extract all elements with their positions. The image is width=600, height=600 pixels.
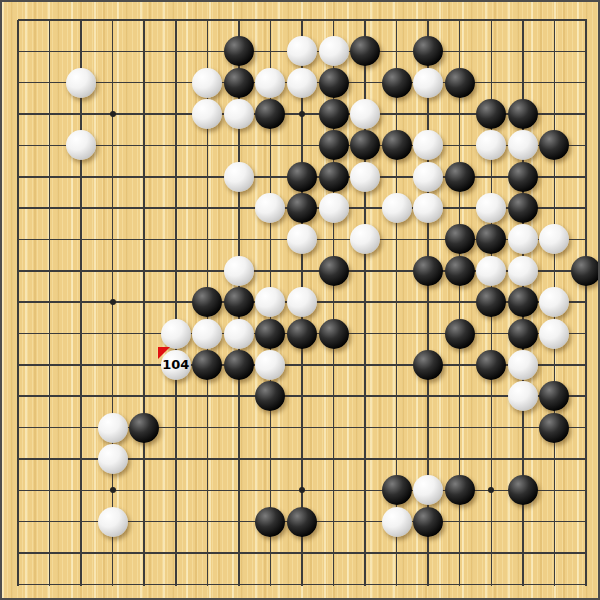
grid-hline <box>18 19 587 21</box>
stone-white <box>192 319 222 349</box>
stone-white <box>413 68 443 98</box>
stone-white <box>98 413 128 443</box>
grid-vline <box>80 20 82 586</box>
stone-white <box>255 350 285 380</box>
stone-black <box>255 319 285 349</box>
stone-white <box>476 130 506 160</box>
stone-white <box>287 36 317 66</box>
grid-hline <box>18 552 587 554</box>
stone-black <box>129 413 159 443</box>
stone-black <box>508 162 538 192</box>
stone-white <box>413 162 443 192</box>
stone-black <box>382 68 412 98</box>
grid-vline <box>49 20 51 586</box>
stone-white <box>319 193 349 223</box>
stone-white <box>224 162 254 192</box>
stone-black <box>319 256 349 286</box>
stone-black <box>445 256 475 286</box>
stone-black <box>224 36 254 66</box>
stone-black <box>192 287 222 317</box>
star-point <box>299 487 305 493</box>
stone-white <box>287 224 317 254</box>
stone-black <box>476 99 506 129</box>
stone-black <box>508 99 538 129</box>
stone-white <box>224 256 254 286</box>
stone-white <box>98 444 128 474</box>
stone-black <box>224 68 254 98</box>
stone-black <box>445 475 475 505</box>
stone-white <box>382 193 412 223</box>
stone-black <box>508 475 538 505</box>
stone-white <box>224 319 254 349</box>
stone-black <box>539 130 569 160</box>
stone-black <box>413 256 443 286</box>
star-point <box>110 299 116 305</box>
stone-white <box>476 256 506 286</box>
stone-black <box>382 475 412 505</box>
stone-black <box>508 287 538 317</box>
stone-white <box>287 68 317 98</box>
stone-white <box>508 256 538 286</box>
stone-black <box>571 256 600 286</box>
star-point <box>110 487 116 493</box>
stone-white <box>255 68 285 98</box>
stone-white <box>192 68 222 98</box>
stone-black <box>255 99 285 129</box>
stone-black <box>445 162 475 192</box>
stone-black <box>539 413 569 443</box>
stone-white <box>539 319 569 349</box>
stone-black <box>224 287 254 317</box>
stone-black <box>508 193 538 223</box>
stone-white <box>66 68 96 98</box>
stone-black <box>413 507 443 537</box>
stone-white <box>255 193 285 223</box>
grid-vline <box>175 20 177 586</box>
stone-black <box>476 224 506 254</box>
stone-black <box>382 130 412 160</box>
stone-black <box>224 350 254 380</box>
stone-white <box>350 162 380 192</box>
grid-vline <box>143 20 145 586</box>
stone-black <box>539 381 569 411</box>
stone-white <box>508 224 538 254</box>
grid-hline <box>18 584 587 586</box>
stone-black <box>287 507 317 537</box>
stone-white <box>192 99 222 129</box>
stone-white <box>508 381 538 411</box>
stone-white <box>413 475 443 505</box>
stone-white <box>255 287 285 317</box>
stone-white <box>508 350 538 380</box>
stone-black <box>350 130 380 160</box>
grid-vline <box>585 20 587 586</box>
stone-black <box>445 68 475 98</box>
stone-white <box>539 224 569 254</box>
stone-black <box>192 350 222 380</box>
stone-white <box>539 287 569 317</box>
stone-black <box>319 319 349 349</box>
stone-white <box>382 507 412 537</box>
stone-white <box>224 99 254 129</box>
stone-white <box>413 130 443 160</box>
stone-white <box>413 193 443 223</box>
stone-black <box>319 68 349 98</box>
stone-white <box>98 507 128 537</box>
stone-black <box>476 350 506 380</box>
star-point <box>299 111 305 117</box>
stone-white <box>287 287 317 317</box>
stone-black <box>508 319 538 349</box>
stone-white <box>350 224 380 254</box>
stone-white <box>350 99 380 129</box>
grid-vline <box>17 20 19 586</box>
stone-black <box>350 36 380 66</box>
stone-white <box>319 36 349 66</box>
stone-black <box>319 162 349 192</box>
stone-black <box>445 224 475 254</box>
last-move-marker-icon <box>158 347 170 359</box>
stone-black <box>255 381 285 411</box>
stone-black <box>287 162 317 192</box>
stone-black <box>255 507 285 537</box>
stone-black <box>413 36 443 66</box>
stone-black <box>287 193 317 223</box>
star-point <box>110 111 116 117</box>
stone-white <box>508 130 538 160</box>
stone-black <box>287 319 317 349</box>
stone-white <box>161 319 191 349</box>
stone-white <box>476 193 506 223</box>
stone-black <box>445 319 475 349</box>
move-number-label: 104 <box>162 358 189 371</box>
stone-black <box>319 99 349 129</box>
go-board[interactable]: 104 <box>0 0 600 600</box>
grid-hline <box>18 395 587 397</box>
stone-black <box>319 130 349 160</box>
star-point <box>488 487 494 493</box>
stone-black <box>413 350 443 380</box>
stone-black <box>476 287 506 317</box>
stone-white <box>66 130 96 160</box>
